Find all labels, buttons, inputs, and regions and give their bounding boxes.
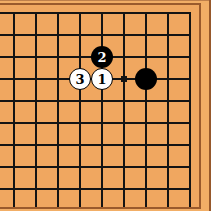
grid-horizontal-line	[0, 34, 191, 36]
stone-black-r16[interactable]	[135, 68, 157, 90]
grid-vertical-line	[189, 12, 191, 207]
stone-number-label: 1	[97, 72, 106, 85]
board-bottom-margin	[0, 209, 209, 211]
grid-vertical-line	[123, 12, 125, 207]
board-right-frame-line	[199, 3, 201, 211]
hoshi-marker-q16[interactable]	[121, 76, 127, 82]
grid-vertical-line	[35, 12, 37, 207]
grid-vertical-line	[145, 12, 147, 207]
stone-white-1[interactable]: 1	[91, 68, 113, 90]
stone-number-label: 2	[97, 50, 106, 63]
grid-horizontal-line	[0, 100, 191, 102]
stone-black-2[interactable]: 2	[91, 46, 113, 68]
stone-white-3[interactable]: 3	[69, 68, 91, 90]
grid-vertical-line	[79, 12, 81, 207]
grid-vertical-line	[13, 12, 15, 207]
stone-number-label: 3	[75, 72, 84, 85]
grid-vertical-line	[101, 12, 103, 207]
grid-horizontal-line	[0, 122, 191, 124]
grid-vertical-line	[167, 12, 169, 207]
grid-horizontal-line	[0, 166, 191, 168]
grid-horizontal-line	[0, 144, 191, 146]
board-top-frame-line	[0, 3, 201, 5]
grid-horizontal-line	[0, 188, 191, 190]
grid-vertical-line	[57, 12, 59, 207]
grid-horizontal-line	[0, 12, 191, 14]
board-right-margin	[201, 0, 209, 211]
go-board[interactable]: 312	[0, 0, 211, 211]
board-right-outer-edge	[209, 0, 211, 211]
board-top-outer-edge	[0, 0, 209, 1]
